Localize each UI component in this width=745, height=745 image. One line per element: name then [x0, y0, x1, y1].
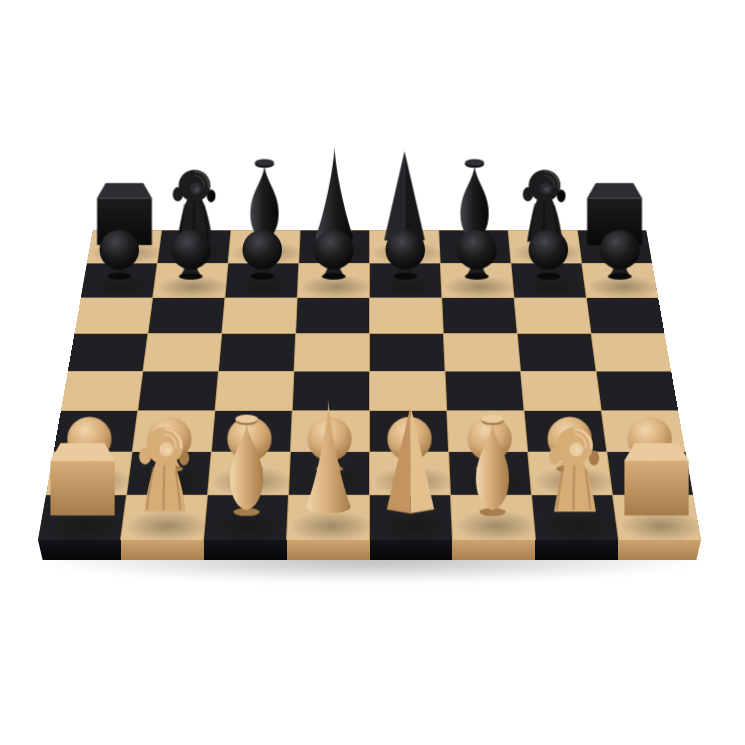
square-e1[interactable]	[370, 495, 452, 540]
board-side-segment-a	[38, 540, 121, 560]
board-side-edge	[38, 540, 701, 560]
square-c6[interactable]	[222, 298, 297, 334]
square-d7[interactable]	[298, 263, 369, 297]
board-side-segment-e	[370, 540, 453, 560]
square-b4[interactable]	[138, 372, 218, 411]
square-g6[interactable]	[515, 298, 591, 334]
square-b1[interactable]	[121, 495, 207, 540]
square-g4[interactable]	[521, 372, 601, 411]
square-f7[interactable]	[441, 263, 514, 297]
piece-black-pawn-d7[interactable]	[310, 229, 357, 281]
square-f4[interactable]	[445, 372, 523, 411]
square-a4[interactable]	[61, 372, 143, 411]
square-d6[interactable]	[296, 298, 369, 334]
board-side-segment-f	[452, 540, 535, 560]
piece-black-pawn-f7[interactable]	[453, 229, 500, 281]
piece-black-pawn-c7[interactable]	[239, 229, 286, 281]
piece-white-bishop-f1[interactable]	[467, 411, 518, 518]
square-e5[interactable]	[370, 334, 445, 371]
piece-black-pawn-g7[interactable]	[525, 229, 572, 281]
square-c7[interactable]	[225, 263, 298, 297]
piece-black-pawn-a7[interactable]	[96, 229, 143, 281]
piece-black-pawn-h7[interactable]	[597, 229, 644, 281]
square-a5[interactable]	[68, 334, 148, 371]
square-f1[interactable]	[451, 495, 535, 540]
square-c5[interactable]	[219, 334, 295, 371]
square-g1[interactable]	[532, 495, 618, 540]
piece-black-pawn-b7[interactable]	[167, 229, 214, 281]
board-side-segment-d	[287, 540, 370, 560]
square-f5[interactable]	[444, 334, 520, 371]
piece-white-rook-a1[interactable]	[45, 440, 120, 517]
square-c1[interactable]	[204, 495, 288, 540]
piece-black-pawn-e7[interactable]	[382, 229, 429, 281]
board-side-segment-h	[618, 540, 701, 560]
square-b6[interactable]	[148, 298, 224, 334]
board-side-segment-c	[204, 540, 287, 560]
square-a7[interactable]	[81, 263, 157, 297]
square-f6[interactable]	[442, 298, 517, 334]
piece-white-king-e1[interactable]	[380, 403, 441, 518]
square-a1[interactable]	[38, 495, 126, 540]
square-b7[interactable]	[153, 263, 227, 297]
square-e7[interactable]	[370, 263, 441, 297]
square-c4[interactable]	[215, 372, 293, 411]
square-h4[interactable]	[597, 372, 679, 411]
piece-white-bishop-c1[interactable]	[221, 411, 272, 518]
square-d1[interactable]	[287, 495, 369, 540]
square-h7[interactable]	[582, 263, 658, 297]
chessboard[interactable]	[38, 230, 701, 540]
square-h1[interactable]	[613, 495, 701, 540]
piece-white-rook-h1[interactable]	[619, 440, 694, 517]
square-g7[interactable]	[511, 263, 585, 297]
square-e6[interactable]	[370, 298, 443, 334]
piece-white-queen-d1[interactable]	[301, 397, 356, 518]
product-photo-stage	[0, 0, 745, 745]
square-h6[interactable]	[587, 298, 665, 334]
square-d5[interactable]	[294, 334, 369, 371]
board-side-segment-b	[121, 540, 204, 560]
piece-white-knight-b1[interactable]	[134, 424, 195, 517]
piece-white-knight-g1[interactable]	[544, 424, 605, 517]
board-side-segment-g	[535, 540, 618, 560]
square-h5[interactable]	[592, 334, 672, 371]
square-b5[interactable]	[143, 334, 221, 371]
square-g5[interactable]	[518, 334, 596, 371]
square-a6[interactable]	[75, 298, 153, 334]
